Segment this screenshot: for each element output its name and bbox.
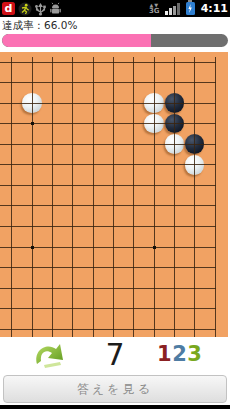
grid-hline bbox=[0, 267, 216, 268]
grid-hline bbox=[0, 62, 216, 63]
grid-vline bbox=[72, 57, 73, 337]
grid-vline bbox=[154, 57, 155, 337]
network-3g-icon: ▲▼ 3G bbox=[149, 3, 160, 15]
grid-vline bbox=[52, 57, 53, 337]
bottom-nav-strip bbox=[0, 405, 230, 409]
grid-vline bbox=[215, 57, 216, 337]
grid-hline bbox=[0, 329, 216, 330]
usb-icon bbox=[35, 2, 46, 16]
grid-vline bbox=[113, 57, 114, 337]
grid-vline bbox=[32, 57, 33, 337]
move-numbers-toggle[interactable]: 123 bbox=[157, 342, 202, 366]
grid-hline bbox=[0, 308, 216, 309]
go-board[interactable] bbox=[0, 52, 228, 337]
grid-hline bbox=[0, 288, 216, 289]
star-point bbox=[153, 246, 156, 249]
grid-vline bbox=[133, 57, 134, 337]
progress-bar bbox=[2, 34, 228, 47]
grid-vline bbox=[174, 57, 175, 337]
progress-fill bbox=[2, 34, 151, 47]
grid-vline bbox=[194, 57, 195, 337]
grid-hline bbox=[0, 205, 216, 206]
digit-1: 1 bbox=[157, 342, 172, 366]
battery-icon bbox=[186, 2, 195, 15]
docomo-icon: d bbox=[2, 2, 15, 15]
star-point bbox=[31, 246, 34, 249]
grid-vline bbox=[93, 57, 94, 337]
grid-hline bbox=[0, 103, 216, 104]
grid-hline bbox=[0, 164, 216, 165]
grid-hline bbox=[0, 185, 216, 186]
grid-vline bbox=[11, 57, 12, 337]
clock-text: 4:11 bbox=[201, 2, 228, 15]
android-robot-icon bbox=[49, 2, 62, 15]
digit-2: 2 bbox=[172, 342, 187, 366]
digit-3: 3 bbox=[187, 342, 202, 366]
next-arrow-icon[interactable] bbox=[30, 341, 66, 371]
show-answer-button[interactable]: 答えを見る bbox=[3, 375, 227, 403]
achievement-rate-label: 達成率：66.0% bbox=[2, 19, 77, 33]
grid-hline bbox=[0, 144, 216, 145]
grid-hline bbox=[0, 82, 216, 83]
running-person-icon bbox=[18, 2, 32, 16]
status-bar: d ▲▼ 3G 4:11 bbox=[0, 0, 230, 17]
move-count: 7 bbox=[88, 337, 142, 372]
star-point bbox=[31, 122, 34, 125]
bottom-controls: 7 123 答えを見る bbox=[0, 337, 230, 409]
signal-strength-icon bbox=[165, 3, 180, 15]
grid-hline bbox=[0, 226, 216, 227]
